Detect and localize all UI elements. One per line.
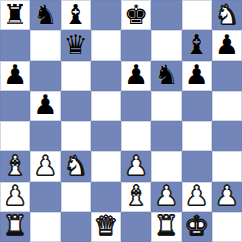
square-c1[interactable] bbox=[61, 212, 91, 242]
square-b2[interactable] bbox=[30, 182, 60, 212]
piece-black-knight[interactable]: ♞ bbox=[154, 61, 178, 88]
piece-black-king[interactable]: ♚ bbox=[124, 1, 148, 28]
square-d7[interactable] bbox=[91, 30, 121, 60]
square-e1[interactable] bbox=[121, 212, 151, 242]
piece-white-pawn[interactable]: ♟ bbox=[185, 182, 209, 209]
square-f5[interactable] bbox=[151, 91, 181, 121]
square-g6[interactable]: ♟ bbox=[182, 61, 212, 91]
square-c4[interactable] bbox=[61, 121, 91, 151]
square-a2[interactable]: ♟ bbox=[0, 182, 30, 212]
piece-white-pawn[interactable]: ♟ bbox=[154, 182, 178, 209]
square-f3[interactable] bbox=[151, 151, 181, 181]
square-b3[interactable]: ♟ bbox=[30, 151, 60, 181]
chess-board: ♜♞♝♚♞♛♝♟♟♟♞♟♟♝♟♞♟♟♝♟♟♟♜♛♜♚ bbox=[0, 0, 242, 242]
square-g8[interactable] bbox=[182, 0, 212, 30]
square-e6[interactable]: ♟ bbox=[121, 61, 151, 91]
square-h6[interactable] bbox=[212, 61, 242, 91]
square-g7[interactable]: ♝ bbox=[182, 30, 212, 60]
square-b7[interactable] bbox=[30, 30, 60, 60]
square-e3[interactable]: ♟ bbox=[121, 151, 151, 181]
square-a1[interactable]: ♜ bbox=[0, 212, 30, 242]
square-b4[interactable] bbox=[30, 121, 60, 151]
square-f8[interactable] bbox=[151, 0, 181, 30]
square-g1[interactable]: ♚ bbox=[182, 212, 212, 242]
square-f6[interactable]: ♞ bbox=[151, 61, 181, 91]
square-g4[interactable] bbox=[182, 121, 212, 151]
square-d2[interactable] bbox=[91, 182, 121, 212]
square-a4[interactable] bbox=[0, 121, 30, 151]
square-d3[interactable] bbox=[91, 151, 121, 181]
piece-black-rook[interactable]: ♜ bbox=[3, 1, 27, 28]
piece-black-bishop[interactable]: ♝ bbox=[185, 31, 209, 58]
piece-white-rook[interactable]: ♜ bbox=[154, 212, 178, 239]
piece-white-knight[interactable]: ♞ bbox=[64, 152, 88, 179]
square-f2[interactable]: ♟ bbox=[151, 182, 181, 212]
piece-white-pawn[interactable]: ♟ bbox=[215, 182, 239, 209]
square-d8[interactable] bbox=[91, 0, 121, 30]
square-c3[interactable]: ♞ bbox=[61, 151, 91, 181]
piece-black-pawn[interactable]: ♟ bbox=[124, 61, 148, 88]
piece-black-knight[interactable]: ♞ bbox=[33, 1, 57, 28]
piece-white-pawn[interactable]: ♟ bbox=[124, 152, 148, 179]
square-h5[interactable] bbox=[212, 91, 242, 121]
square-e2[interactable]: ♝ bbox=[121, 182, 151, 212]
square-g2[interactable]: ♟ bbox=[182, 182, 212, 212]
square-e4[interactable] bbox=[121, 121, 151, 151]
square-e8[interactable]: ♚ bbox=[121, 0, 151, 30]
piece-white-bishop[interactable]: ♝ bbox=[124, 182, 148, 209]
square-d1[interactable]: ♛ bbox=[91, 212, 121, 242]
square-b5[interactable]: ♟ bbox=[30, 91, 60, 121]
piece-black-pawn[interactable]: ♟ bbox=[185, 61, 209, 88]
square-d5[interactable] bbox=[91, 91, 121, 121]
square-c7[interactable]: ♛ bbox=[61, 30, 91, 60]
piece-white-queen[interactable]: ♛ bbox=[94, 212, 118, 239]
square-f7[interactable] bbox=[151, 30, 181, 60]
square-a5[interactable] bbox=[0, 91, 30, 121]
square-h2[interactable]: ♟ bbox=[212, 182, 242, 212]
square-b1[interactable] bbox=[30, 212, 60, 242]
square-c2[interactable] bbox=[61, 182, 91, 212]
piece-white-knight[interactable]: ♞ bbox=[215, 1, 239, 28]
square-a3[interactable]: ♝ bbox=[0, 151, 30, 181]
square-a8[interactable]: ♜ bbox=[0, 0, 30, 30]
piece-black-queen[interactable]: ♛ bbox=[64, 31, 88, 58]
square-g5[interactable] bbox=[182, 91, 212, 121]
square-h1[interactable] bbox=[212, 212, 242, 242]
piece-black-pawn[interactable]: ♟ bbox=[33, 91, 57, 118]
piece-black-pawn[interactable]: ♟ bbox=[3, 61, 27, 88]
square-f4[interactable] bbox=[151, 121, 181, 151]
piece-white-bishop[interactable]: ♝ bbox=[3, 152, 27, 179]
square-h4[interactable] bbox=[212, 121, 242, 151]
piece-white-king[interactable]: ♚ bbox=[185, 212, 209, 239]
square-e7[interactable] bbox=[121, 30, 151, 60]
piece-black-bishop[interactable]: ♝ bbox=[64, 1, 88, 28]
piece-white-pawn[interactable]: ♟ bbox=[33, 152, 57, 179]
square-b6[interactable] bbox=[30, 61, 60, 91]
square-b8[interactable]: ♞ bbox=[30, 0, 60, 30]
square-e5[interactable] bbox=[121, 91, 151, 121]
square-h7[interactable]: ♟ bbox=[212, 30, 242, 60]
piece-white-rook[interactable]: ♜ bbox=[3, 212, 27, 239]
square-g3[interactable] bbox=[182, 151, 212, 181]
square-d4[interactable] bbox=[91, 121, 121, 151]
square-h8[interactable]: ♞ bbox=[212, 0, 242, 30]
square-a7[interactable] bbox=[0, 30, 30, 60]
square-c8[interactable]: ♝ bbox=[61, 0, 91, 30]
square-c6[interactable] bbox=[61, 61, 91, 91]
piece-white-pawn[interactable]: ♟ bbox=[3, 182, 27, 209]
piece-black-pawn[interactable]: ♟ bbox=[215, 31, 239, 58]
square-c5[interactable] bbox=[61, 91, 91, 121]
square-h3[interactable] bbox=[212, 151, 242, 181]
square-d6[interactable] bbox=[91, 61, 121, 91]
square-a6[interactable]: ♟ bbox=[0, 61, 30, 91]
square-f1[interactable]: ♜ bbox=[151, 212, 181, 242]
